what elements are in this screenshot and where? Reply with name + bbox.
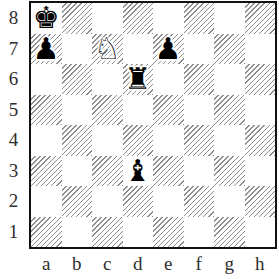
black-king: ♚: [33, 3, 60, 34]
square-d6[interactable]: ♜: [123, 64, 154, 95]
square-c6[interactable]: [92, 64, 123, 95]
square-d7[interactable]: [123, 34, 154, 65]
file-label-f: f: [184, 250, 215, 278]
file-label-b: b: [62, 250, 93, 278]
square-a5[interactable]: [31, 95, 62, 126]
square-d3[interactable]: ♝: [123, 156, 154, 187]
square-e7[interactable]: ♟: [153, 34, 184, 65]
square-h4[interactable]: [245, 125, 276, 156]
square-h1[interactable]: [245, 217, 276, 248]
square-a4[interactable]: [31, 125, 62, 156]
file-label-a: a: [31, 250, 62, 278]
rank-label-2: 2: [0, 186, 27, 217]
black-bishop: ♝: [124, 156, 151, 187]
square-a2[interactable]: [31, 186, 62, 217]
square-b5[interactable]: [62, 95, 93, 126]
black-pawn: ♟: [33, 34, 60, 65]
square-d5[interactable]: [123, 95, 154, 126]
square-g4[interactable]: [214, 125, 245, 156]
square-f1[interactable]: [184, 217, 215, 248]
square-g8[interactable]: [214, 3, 245, 34]
square-f7[interactable]: [184, 34, 215, 65]
square-b7[interactable]: [62, 34, 93, 65]
square-b3[interactable]: [62, 156, 93, 187]
file-label-c: c: [92, 250, 123, 278]
square-e1[interactable]: [153, 217, 184, 248]
square-g6[interactable]: [214, 64, 245, 95]
chess-board: ♚♟♘♟♜♝: [29, 1, 277, 249]
rank-labels: 87654321: [0, 3, 27, 247]
square-e6[interactable]: [153, 64, 184, 95]
square-b8[interactable]: [62, 3, 93, 34]
rank-label-1: 1: [0, 217, 27, 248]
square-e4[interactable]: [153, 125, 184, 156]
square-b2[interactable]: [62, 186, 93, 217]
file-label-e: e: [153, 250, 184, 278]
square-h5[interactable]: [245, 95, 276, 126]
rank-label-6: 6: [0, 64, 27, 95]
rank-label-7: 7: [0, 34, 27, 65]
square-h8[interactable]: [245, 3, 276, 34]
square-d4[interactable]: [123, 125, 154, 156]
square-f3[interactable]: [184, 156, 215, 187]
white-knight: ♘: [94, 34, 121, 65]
file-label-d: d: [123, 250, 154, 278]
square-f6[interactable]: [184, 64, 215, 95]
black-pawn: ♟: [155, 34, 182, 65]
square-c3[interactable]: [92, 156, 123, 187]
square-c1[interactable]: [92, 217, 123, 248]
square-f2[interactable]: [184, 186, 215, 217]
square-e3[interactable]: [153, 156, 184, 187]
square-g5[interactable]: [214, 95, 245, 126]
rank-label-5: 5: [0, 95, 27, 126]
square-d8[interactable]: [123, 3, 154, 34]
square-a6[interactable]: [31, 64, 62, 95]
square-g2[interactable]: [214, 186, 245, 217]
rank-label-8: 8: [0, 3, 27, 34]
square-g1[interactable]: [214, 217, 245, 248]
square-h3[interactable]: [245, 156, 276, 187]
square-c7[interactable]: ♘: [92, 34, 123, 65]
square-h2[interactable]: [245, 186, 276, 217]
rank-label-4: 4: [0, 125, 27, 156]
square-h6[interactable]: [245, 64, 276, 95]
black-rook: ♜: [124, 64, 151, 95]
square-e8[interactable]: [153, 3, 184, 34]
square-d1[interactable]: [123, 217, 154, 248]
square-c4[interactable]: [92, 125, 123, 156]
square-b1[interactable]: [62, 217, 93, 248]
square-g3[interactable]: [214, 156, 245, 187]
square-d2[interactable]: [123, 186, 154, 217]
square-a7[interactable]: ♟: [31, 34, 62, 65]
square-c2[interactable]: [92, 186, 123, 217]
square-e2[interactable]: [153, 186, 184, 217]
chess-diagram: 87654321 ♚♟♘♟♜♝ abcdefgh: [0, 0, 279, 279]
square-f5[interactable]: [184, 95, 215, 126]
square-e5[interactable]: [153, 95, 184, 126]
square-h7[interactable]: [245, 34, 276, 65]
file-labels: abcdefgh: [31, 250, 275, 278]
square-b4[interactable]: [62, 125, 93, 156]
square-b6[interactable]: [62, 64, 93, 95]
square-f8[interactable]: [184, 3, 215, 34]
square-a1[interactable]: [31, 217, 62, 248]
square-a8[interactable]: ♚: [31, 3, 62, 34]
rank-label-3: 3: [0, 156, 27, 187]
file-label-g: g: [214, 250, 245, 278]
square-f4[interactable]: [184, 125, 215, 156]
square-a3[interactable]: [31, 156, 62, 187]
square-c5[interactable]: [92, 95, 123, 126]
square-g7[interactable]: [214, 34, 245, 65]
file-label-h: h: [245, 250, 276, 278]
square-c8[interactable]: [92, 3, 123, 34]
